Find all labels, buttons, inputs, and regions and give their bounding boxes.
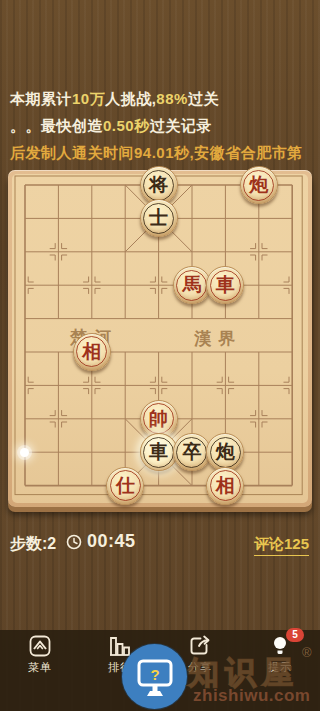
watermark-registered-mark: ®: [302, 645, 312, 660]
piece-車-red[interactable]: 車: [206, 266, 244, 304]
nav-menu-button[interactable]: 菜单: [0, 630, 80, 678]
piece-士-black[interactable]: 士: [140, 199, 178, 237]
clock-icon: [66, 534, 82, 550]
xiangqi-board[interactable]: 楚河 漢界 将炮士馬車相帥車卒炮仕相: [8, 170, 312, 507]
comments-link[interactable]: 评论125: [254, 535, 309, 556]
stats-line-1: 本期累计10万人挑战,88%过关: [10, 85, 316, 112]
monitor-question-icon: ?: [129, 651, 181, 703]
piece-馬-red[interactable]: 馬: [173, 266, 211, 304]
piece-相-red[interactable]: 相: [73, 333, 111, 371]
piece-layer: 将炮士馬車相帥車卒炮仕相: [8, 168, 309, 502]
piece-帥-red[interactable]: 帥: [140, 400, 178, 438]
last-move-origin-marker: [20, 448, 29, 457]
timer-value: 00:45: [87, 531, 136, 552]
menu-icon: [28, 634, 52, 658]
piece-車-black[interactable]: 車: [140, 433, 178, 471]
piece-炮-red[interactable]: 炮: [240, 166, 278, 204]
piece-相-red[interactable]: 相: [206, 467, 244, 505]
piece-卒-black[interactable]: 卒: [173, 433, 211, 471]
svg-text:?: ?: [150, 666, 159, 683]
game-timer: 00:45: [66, 531, 136, 552]
piece-仕-red[interactable]: 仕: [106, 467, 144, 505]
hint-count-badge: 5: [286, 628, 304, 642]
piece-炮-black[interactable]: 炮: [206, 433, 244, 471]
stats-line-2: 。。最快创造0.50秒过关记录: [10, 112, 316, 139]
piece-将-black[interactable]: 将: [140, 166, 178, 204]
watermark-logo: ?: [122, 644, 187, 709]
bottom-stats-bar: 步数:2 00:45 评论125: [0, 531, 320, 557]
nav-menu-label: 菜单: [28, 660, 52, 675]
move-counter: 步数:2: [10, 534, 56, 555]
watermark-domain: zhishiwu.com: [193, 686, 310, 706]
xiangqi-app-screen: 本期累计10万人挑战,88%过关 。。最快创造0.50秒过关记录 后发制人通关时…: [0, 0, 320, 711]
